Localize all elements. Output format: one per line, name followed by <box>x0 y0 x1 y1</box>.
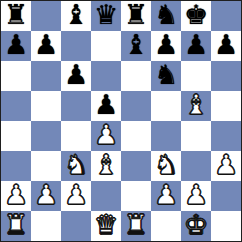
white-bishop[interactable]: ♝ <box>94 151 118 180</box>
black-pawn[interactable]: ♟ <box>64 61 88 90</box>
square-b1[interactable] <box>31 211 61 241</box>
square-b5[interactable] <box>31 91 61 121</box>
square-g8[interactable]: ♚ <box>181 1 211 31</box>
square-e8[interactable]: ♜ <box>121 1 151 31</box>
square-d8[interactable]: ♛ <box>91 1 121 31</box>
square-e3[interactable] <box>121 151 151 181</box>
square-b2[interactable]: ♟ <box>31 181 61 211</box>
square-a6[interactable] <box>1 61 31 91</box>
square-d3[interactable]: ♝ <box>91 151 121 181</box>
white-pawn[interactable]: ♟ <box>4 181 28 210</box>
square-a3[interactable] <box>1 151 31 181</box>
black-rook[interactable]: ♜ <box>124 1 148 30</box>
white-pawn[interactable]: ♟ <box>94 121 118 150</box>
square-b7[interactable]: ♟ <box>31 31 61 61</box>
black-pawn[interactable]: ♟ <box>4 31 28 60</box>
square-a8[interactable]: ♜ <box>1 1 31 31</box>
square-h6[interactable] <box>211 61 241 91</box>
square-g3[interactable] <box>181 151 211 181</box>
black-knight[interactable]: ♞ <box>154 61 178 90</box>
white-queen[interactable]: ♛ <box>94 211 118 240</box>
square-f6[interactable]: ♞ <box>151 61 181 91</box>
white-rook[interactable]: ♜ <box>124 211 148 240</box>
white-pawn[interactable]: ♟ <box>154 181 178 210</box>
square-b6[interactable] <box>31 61 61 91</box>
square-h4[interactable] <box>211 121 241 151</box>
square-e2[interactable] <box>121 181 151 211</box>
square-c6[interactable]: ♟ <box>61 61 91 91</box>
square-g5[interactable]: ♝ <box>181 91 211 121</box>
square-d7[interactable] <box>91 31 121 61</box>
square-f3[interactable]: ♞ <box>151 151 181 181</box>
white-pawn[interactable]: ♟ <box>184 181 208 210</box>
white-pawn[interactable]: ♟ <box>64 181 88 210</box>
square-c7[interactable] <box>61 31 91 61</box>
black-pawn[interactable]: ♟ <box>154 31 178 60</box>
square-b4[interactable] <box>31 121 61 151</box>
square-d6[interactable] <box>91 61 121 91</box>
square-h8[interactable] <box>211 1 241 31</box>
chess-board: ♜♝♛♜♞♚♟♟♝♟♟♟♟♞♟♝♟♞♝♞♟♟♟♟♟♟♜♛♜♚ <box>0 0 242 242</box>
square-g4[interactable] <box>181 121 211 151</box>
white-bishop[interactable]: ♝ <box>184 91 208 120</box>
square-c2[interactable]: ♟ <box>61 181 91 211</box>
square-h7[interactable]: ♟ <box>211 31 241 61</box>
square-a4[interactable] <box>1 121 31 151</box>
square-c5[interactable] <box>61 91 91 121</box>
square-f4[interactable] <box>151 121 181 151</box>
square-d4[interactable]: ♟ <box>91 121 121 151</box>
square-e6[interactable] <box>121 61 151 91</box>
square-f7[interactable]: ♟ <box>151 31 181 61</box>
black-bishop[interactable]: ♝ <box>64 1 88 30</box>
square-a1[interactable]: ♜ <box>1 211 31 241</box>
square-g2[interactable]: ♟ <box>181 181 211 211</box>
square-b8[interactable] <box>31 1 61 31</box>
square-e7[interactable]: ♝ <box>121 31 151 61</box>
black-knight[interactable]: ♞ <box>154 1 178 30</box>
square-f1[interactable] <box>151 211 181 241</box>
square-f8[interactable]: ♞ <box>151 1 181 31</box>
square-h1[interactable] <box>211 211 241 241</box>
black-bishop[interactable]: ♝ <box>124 31 148 60</box>
square-a5[interactable] <box>1 91 31 121</box>
white-pawn[interactable]: ♟ <box>34 181 58 210</box>
black-king[interactable]: ♚ <box>184 1 208 30</box>
square-d1[interactable]: ♛ <box>91 211 121 241</box>
square-d5[interactable]: ♟ <box>91 91 121 121</box>
square-f5[interactable] <box>151 91 181 121</box>
black-queen[interactable]: ♛ <box>94 1 118 30</box>
square-e4[interactable] <box>121 121 151 151</box>
white-knight[interactable]: ♞ <box>154 151 178 180</box>
black-pawn[interactable]: ♟ <box>184 31 208 60</box>
square-h2[interactable] <box>211 181 241 211</box>
square-e5[interactable] <box>121 91 151 121</box>
square-c8[interactable]: ♝ <box>61 1 91 31</box>
black-pawn[interactable]: ♟ <box>94 91 118 120</box>
white-rook[interactable]: ♜ <box>4 211 28 240</box>
square-b3[interactable] <box>31 151 61 181</box>
square-h5[interactable] <box>211 91 241 121</box>
square-c3[interactable]: ♞ <box>61 151 91 181</box>
white-knight[interactable]: ♞ <box>64 151 88 180</box>
square-a2[interactable]: ♟ <box>1 181 31 211</box>
black-pawn[interactable]: ♟ <box>214 31 238 60</box>
square-e1[interactable]: ♜ <box>121 211 151 241</box>
black-rook[interactable]: ♜ <box>4 1 28 30</box>
square-h3[interactable]: ♟ <box>211 151 241 181</box>
square-c4[interactable] <box>61 121 91 151</box>
square-d2[interactable] <box>91 181 121 211</box>
square-a7[interactable]: ♟ <box>1 31 31 61</box>
white-pawn[interactable]: ♟ <box>214 151 238 180</box>
square-g7[interactable]: ♟ <box>181 31 211 61</box>
square-c1[interactable] <box>61 211 91 241</box>
white-king[interactable]: ♚ <box>184 211 208 240</box>
square-g1[interactable]: ♚ <box>181 211 211 241</box>
black-pawn[interactable]: ♟ <box>34 31 58 60</box>
square-f2[interactable]: ♟ <box>151 181 181 211</box>
square-g6[interactable] <box>181 61 211 91</box>
